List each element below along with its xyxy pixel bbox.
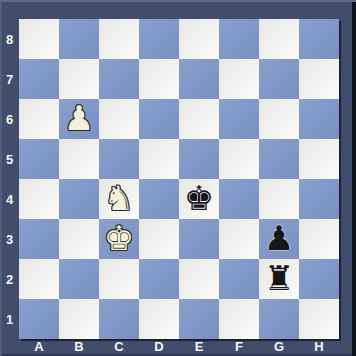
black-rook[interactable]: ♜: [264, 258, 294, 298]
square-g3[interactable]: ♟: [259, 219, 299, 259]
file-label-d: D: [139, 337, 179, 356]
rank-label-2: 2: [0, 259, 19, 299]
rank-label-5: 5: [0, 139, 19, 179]
square-f8[interactable]: [219, 19, 259, 59]
square-e7[interactable]: [179, 59, 219, 99]
white-pawn[interactable]: ♟: [64, 98, 94, 138]
square-b2[interactable]: [59, 259, 99, 299]
square-b1[interactable]: [59, 299, 99, 339]
square-c7[interactable]: [99, 59, 139, 99]
file-label-g: G: [259, 337, 299, 356]
square-g2[interactable]: ♜: [259, 259, 299, 299]
square-b3[interactable]: [59, 219, 99, 259]
square-h8[interactable]: [299, 19, 339, 59]
square-h3[interactable]: [299, 219, 339, 259]
square-f1[interactable]: [219, 299, 259, 339]
square-g5[interactable]: [259, 139, 299, 179]
square-a5[interactable]: [19, 139, 59, 179]
rank-label-8: 8: [0, 19, 19, 59]
square-a1[interactable]: [19, 299, 59, 339]
rank-label-4: 4: [0, 179, 19, 219]
square-h5[interactable]: [299, 139, 339, 179]
square-b4[interactable]: [59, 179, 99, 219]
square-e6[interactable]: [179, 99, 219, 139]
square-e8[interactable]: [179, 19, 219, 59]
square-a2[interactable]: [19, 259, 59, 299]
rank-labels: 87654321: [0, 19, 19, 339]
square-c8[interactable]: [99, 19, 139, 59]
black-king[interactable]: ♚: [184, 178, 214, 218]
square-d3[interactable]: [139, 219, 179, 259]
square-c3[interactable]: ♚: [99, 219, 139, 259]
rank-label-1: 1: [0, 299, 19, 339]
file-label-e: E: [179, 337, 219, 356]
square-d8[interactable]: [139, 19, 179, 59]
square-h7[interactable]: [299, 59, 339, 99]
square-f7[interactable]: [219, 59, 259, 99]
white-king[interactable]: ♚: [104, 218, 134, 258]
square-f3[interactable]: [219, 219, 259, 259]
square-b7[interactable]: [59, 59, 99, 99]
square-c2[interactable]: [99, 259, 139, 299]
square-e1[interactable]: [179, 299, 219, 339]
rank-label-6: 6: [0, 99, 19, 139]
board-squares[interactable]: ♟♞♚♚♟♜: [19, 19, 339, 339]
square-g4[interactable]: [259, 179, 299, 219]
square-d5[interactable]: [139, 139, 179, 179]
square-h6[interactable]: [299, 99, 339, 139]
square-e4[interactable]: ♚: [179, 179, 219, 219]
square-c1[interactable]: [99, 299, 139, 339]
square-a6[interactable]: [19, 99, 59, 139]
file-label-c: C: [99, 337, 139, 356]
square-e2[interactable]: [179, 259, 219, 299]
square-f4[interactable]: [219, 179, 259, 219]
rank-label-3: 3: [0, 219, 19, 259]
square-d4[interactable]: [139, 179, 179, 219]
square-d1[interactable]: [139, 299, 179, 339]
square-f5[interactable]: [219, 139, 259, 179]
square-a4[interactable]: [19, 179, 59, 219]
file-label-f: F: [219, 337, 259, 356]
square-c6[interactable]: [99, 99, 139, 139]
square-e3[interactable]: [179, 219, 219, 259]
square-d6[interactable]: [139, 99, 179, 139]
square-a3[interactable]: [19, 219, 59, 259]
square-e5[interactable]: [179, 139, 219, 179]
square-d2[interactable]: [139, 259, 179, 299]
square-g8[interactable]: [259, 19, 299, 59]
square-b8[interactable]: [59, 19, 99, 59]
square-b6[interactable]: ♟: [59, 99, 99, 139]
square-g1[interactable]: [259, 299, 299, 339]
square-h4[interactable]: [299, 179, 339, 219]
square-g6[interactable]: [259, 99, 299, 139]
file-label-a: A: [19, 337, 59, 356]
file-labels: ABCDEFGH: [19, 337, 339, 356]
square-f6[interactable]: [219, 99, 259, 139]
chess-board-frame: 87654321 ♟♞♚♚♟♜ ABCDEFGH: [0, 0, 356, 356]
square-c4[interactable]: ♞: [99, 179, 139, 219]
square-f2[interactable]: [219, 259, 259, 299]
rank-label-7: 7: [0, 59, 19, 99]
square-b5[interactable]: [59, 139, 99, 179]
file-label-b: B: [59, 337, 99, 356]
white-knight[interactable]: ♞: [104, 178, 134, 218]
black-pawn[interactable]: ♟: [264, 218, 294, 258]
square-d7[interactable]: [139, 59, 179, 99]
square-h2[interactable]: [299, 259, 339, 299]
square-a7[interactable]: [19, 59, 59, 99]
square-h1[interactable]: [299, 299, 339, 339]
square-c5[interactable]: [99, 139, 139, 179]
file-label-h: H: [299, 337, 339, 356]
square-a8[interactable]: [19, 19, 59, 59]
square-g7[interactable]: [259, 59, 299, 99]
